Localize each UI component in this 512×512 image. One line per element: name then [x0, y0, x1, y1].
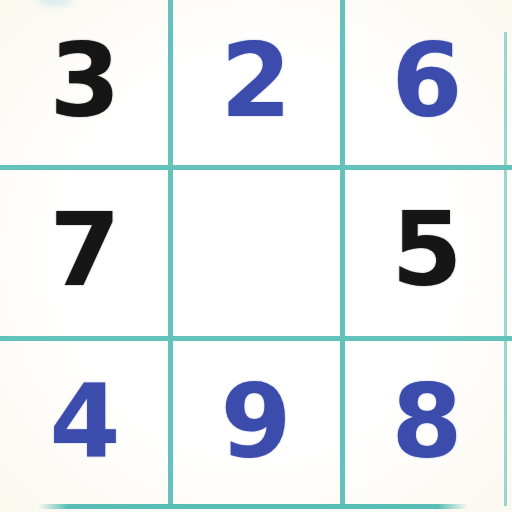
grid-line-vertical-1	[168, 0, 173, 508]
sudoku-cell-r1c3[interactable]: 6	[342, 0, 512, 167]
sudoku-cell-r2c1[interactable]: 7	[0, 167, 170, 338]
grid-line-vertical-2	[340, 0, 345, 508]
sudoku-cell-r1c1[interactable]: 3	[0, 0, 170, 167]
sudoku-cell-r1c2[interactable]: 2	[170, 0, 342, 167]
sudoku-board: 3 2 6 7 5 4 9 8	[0, 0, 512, 512]
sudoku-cell-grid: 3 2 6 7 5 4 9 8	[0, 0, 512, 512]
sudoku-cell-r3c1[interactable]: 4	[0, 338, 170, 512]
sudoku-cell-r2c3[interactable]: 5	[342, 167, 512, 338]
grid-line-right-border	[504, 32, 507, 506]
grid-line-horizontal-2	[0, 336, 512, 341]
sudoku-cell-r3c2[interactable]: 9	[170, 338, 342, 512]
sudoku-cell-r2c2[interactable]	[170, 167, 342, 338]
grid-line-horizontal-1	[0, 165, 512, 170]
sudoku-cell-r3c3[interactable]: 8	[342, 338, 512, 512]
grid-line-bottom-border	[38, 504, 468, 509]
